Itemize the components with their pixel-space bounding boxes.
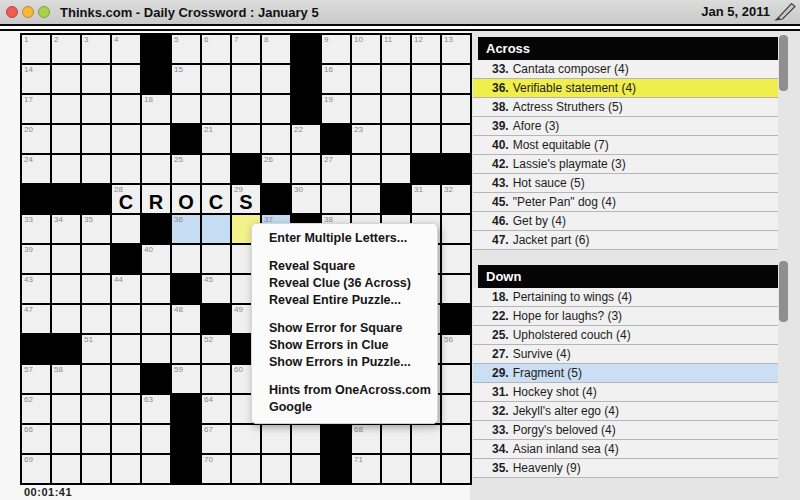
grid-cell[interactable] (292, 455, 320, 483)
grid-cell[interactable] (82, 305, 110, 333)
grid-cell[interactable] (52, 155, 80, 183)
grid-cell[interactable]: 6 (202, 35, 230, 63)
cell-number: 71 (354, 455, 363, 465)
grid-cell[interactable]: R (142, 185, 170, 213)
grid-cell[interactable] (112, 455, 140, 483)
cell-number: 66 (24, 425, 33, 435)
black-cell (322, 425, 350, 453)
grid-cell[interactable]: 13 (442, 35, 470, 63)
grid-cell[interactable] (142, 425, 170, 453)
grid-cell[interactable]: 47 (22, 305, 50, 333)
grid-cell[interactable] (82, 365, 110, 393)
cell-number: 68 (354, 425, 363, 435)
clue-row[interactable]: 34.Asian inland sea (4) (473, 440, 778, 459)
clue-text: Pertaining to wings (4) (513, 290, 632, 304)
grid-cell[interactable] (232, 65, 260, 93)
black-cell (412, 155, 440, 183)
grid-cell[interactable] (52, 305, 80, 333)
grid-cell[interactable] (142, 335, 170, 363)
grid-cell[interactable] (142, 125, 170, 153)
grid-cell[interactable]: 24 (22, 155, 50, 183)
black-cell (232, 155, 260, 183)
grid-cell[interactable]: 9 (322, 35, 350, 63)
grid-cell[interactable] (52, 395, 80, 423)
clue-number: 34. (492, 442, 509, 456)
grid-cell[interactable]: 64 (202, 395, 230, 423)
cell-number: 30 (294, 185, 303, 195)
clue-text: Verifiable statement (4) (513, 81, 636, 95)
grid-cell[interactable]: 28C (112, 185, 140, 213)
clue-number: 39. (492, 119, 509, 133)
menu-item[interactable]: Enter Multiple Letters... (252, 230, 437, 247)
across-header: Across (478, 37, 778, 60)
cell-number: 19 (324, 95, 333, 105)
grid-cell[interactable] (172, 245, 200, 273)
menu-group: Enter Multiple Letters... (252, 230, 437, 247)
cell-number: 51 (84, 335, 93, 345)
context-menu: Enter Multiple Letters...Reveal SquareRe… (251, 223, 438, 424)
clue-row[interactable]: 45."Peter Pan" dog (4) (473, 193, 778, 212)
grid-cell[interactable] (442, 245, 470, 273)
clue-text: Get by (4) (513, 214, 566, 228)
grid-cell[interactable] (442, 215, 470, 243)
menu-item[interactable]: Reveal Clue (36 Across) (252, 275, 437, 292)
cell-number: 35 (84, 215, 93, 225)
grid-cell[interactable] (382, 155, 410, 183)
black-cell (292, 95, 320, 123)
grid-cell[interactable] (292, 425, 320, 453)
grid-cell[interactable] (412, 425, 440, 453)
grid-cell[interactable] (442, 425, 470, 453)
grid-cell[interactable]: O (172, 185, 200, 213)
cell-number: 3 (84, 35, 88, 45)
grid-cell[interactable]: 71 (352, 455, 380, 483)
grid-cell[interactable] (52, 95, 80, 123)
grid-cell[interactable]: 63 (142, 395, 170, 423)
cell-number: 64 (204, 395, 213, 405)
cell-number: 60 (234, 365, 243, 375)
grid-cell[interactable]: 2 (52, 35, 80, 63)
black-cell (142, 215, 170, 243)
clue-row[interactable]: 25.Upholstered couch (4) (473, 326, 778, 345)
grid-cell[interactable]: 12 (412, 35, 440, 63)
cell-number: 52 (204, 335, 213, 345)
grid-cell[interactable] (352, 95, 380, 123)
cell-number: 47 (24, 305, 33, 315)
cell-number: 57 (24, 365, 33, 375)
grid-cell[interactable]: 35 (82, 215, 110, 243)
menu-group: Show Error for SquareShow Errors in Clue… (252, 320, 437, 371)
clue-row[interactable]: 29.Fragment (5) (473, 364, 778, 383)
grid-cell[interactable]: 26 (262, 155, 290, 183)
grid-cell[interactable] (202, 245, 230, 273)
grid-cell[interactable] (382, 95, 410, 123)
cell-number: 67 (204, 425, 213, 435)
cell-number: 4 (114, 35, 118, 45)
clue-number: 36. (492, 81, 509, 95)
grid-cell[interactable] (52, 245, 80, 273)
grid-cell[interactable]: 10 (352, 35, 380, 63)
zoom-window-icon[interactable] (38, 6, 50, 18)
clue-text: Heavenly (9) (513, 461, 581, 475)
black-cell (112, 245, 140, 273)
menu-group: Hints from OneAcross.comGoogle (252, 382, 437, 416)
clue-row[interactable]: 33.Cantata composer (4) (473, 60, 778, 79)
cell-number: 13 (444, 35, 453, 45)
cell-number: 8 (264, 35, 268, 45)
grid-cell[interactable] (322, 185, 350, 213)
clue-row[interactable]: 31.Hockey shot (4) (473, 383, 778, 402)
grid-cell[interactable]: 39 (22, 245, 50, 273)
grid-cell[interactable] (112, 425, 140, 453)
grid-cell[interactable]: 59 (172, 365, 200, 393)
grid-cell[interactable] (382, 425, 410, 453)
timer: 00:01:41 (24, 486, 72, 498)
menu-item[interactable]: Show Errors in Puzzle... (252, 354, 437, 371)
grid-cell[interactable]: 18 (142, 95, 170, 123)
clue-text: Actress Struthers (5) (513, 100, 623, 114)
clue-row[interactable]: 33.Porgy's beloved (4) (473, 421, 778, 440)
clue-row[interactable]: 38.Actress Struthers (5) (473, 98, 778, 117)
cell-number: 24 (24, 155, 33, 165)
grid-cell[interactable]: 69 (22, 455, 50, 483)
pencil-icon (774, 2, 796, 26)
grid-cell[interactable] (412, 95, 440, 123)
clue-number: 42. (492, 157, 509, 171)
cell-number: 43 (24, 275, 33, 285)
grid-cell[interactable] (262, 125, 290, 153)
menu-item[interactable]: Reveal Square (252, 258, 437, 275)
grid-cell[interactable]: 68 (352, 425, 380, 453)
cell-number: 70 (204, 455, 213, 465)
grid-cell[interactable] (232, 95, 260, 123)
cell-number: 10 (354, 35, 363, 45)
grid-cell[interactable]: 48 (172, 305, 200, 333)
cell-number: 45 (204, 275, 213, 285)
grid-cell[interactable] (82, 155, 110, 183)
clue-number: 27. (492, 347, 509, 361)
grid-cell[interactable] (442, 65, 470, 93)
grid-cell[interactable] (232, 125, 260, 153)
menu-item[interactable]: Reveal Entire Puzzle... (252, 292, 437, 309)
grid-cell[interactable]: 21 (202, 125, 230, 153)
grid-cell[interactable] (172, 95, 200, 123)
grid-cell[interactable]: 4 (112, 35, 140, 63)
grid-cell[interactable] (112, 95, 140, 123)
grid-cell[interactable]: 30 (292, 185, 320, 213)
grid-cell[interactable] (52, 455, 80, 483)
cell-number: 7 (234, 35, 238, 45)
black-cell (142, 65, 170, 93)
close-window-icon[interactable] (6, 6, 18, 18)
cell-number: 20 (24, 125, 33, 135)
down-header: Down (478, 265, 778, 288)
grid-cell[interactable]: 17 (22, 95, 50, 123)
clue-text: Asian inland sea (4) (513, 442, 619, 456)
cell-number: 34 (54, 215, 63, 225)
black-cell (172, 455, 200, 483)
black-cell (292, 35, 320, 63)
grid-cell[interactable] (232, 425, 260, 453)
down-scrollbar-thumb[interactable] (779, 261, 788, 322)
grid-cell[interactable] (202, 95, 230, 123)
grid-cell[interactable] (412, 125, 440, 153)
cell-number: 49 (234, 305, 243, 315)
grid-cell[interactable]: 33 (22, 215, 50, 243)
header-divider (0, 24, 800, 31)
grid-cell[interactable] (142, 305, 170, 333)
black-cell (382, 185, 410, 213)
grid-cell[interactable]: 40 (142, 245, 170, 273)
grid-cell[interactable] (232, 455, 260, 483)
grid-cell[interactable] (442, 125, 470, 153)
grid-cell[interactable] (142, 455, 170, 483)
grid-cell[interactable] (202, 65, 230, 93)
cell-number: 15 (174, 65, 183, 75)
grid-cell[interactable] (412, 455, 440, 483)
black-cell (442, 305, 470, 333)
grid-cell[interactable]: 58 (52, 365, 80, 393)
cell-number: 56 (444, 335, 453, 345)
cell-number: 69 (24, 455, 33, 465)
grid-cell[interactable]: 34 (52, 215, 80, 243)
grid-cell[interactable] (142, 275, 170, 303)
grid-cell[interactable] (262, 455, 290, 483)
clue-row[interactable]: 40.Most equitable (7) (473, 136, 778, 155)
black-cell (322, 125, 350, 153)
grid-cell[interactable] (262, 65, 290, 93)
cell-number: 11 (384, 35, 392, 45)
down-clue-list: 18.Pertaining to wings (4)22.Hope for la… (473, 288, 778, 478)
cell-number: 17 (24, 95, 33, 105)
clue-row[interactable]: 36.Verifiable statement (4) (473, 79, 778, 98)
black-cell (82, 185, 110, 213)
grid-cell[interactable] (382, 65, 410, 93)
cell-number: 6 (204, 35, 208, 45)
cell-number: 32 (444, 185, 453, 195)
grid-cell[interactable]: 62 (22, 395, 50, 423)
cell-number: 58 (54, 365, 63, 375)
clue-text: Hockey shot (4) (513, 385, 597, 399)
clue-text: Jekyll's alter ego (4) (513, 404, 619, 418)
grid-cell[interactable]: 5 (172, 35, 200, 63)
grid-cell[interactable] (442, 365, 470, 393)
grid-cell[interactable]: 43 (22, 275, 50, 303)
clue-number: 29. (492, 366, 509, 380)
grid-cell[interactable]: 23 (352, 125, 380, 153)
grid-cell[interactable] (442, 275, 470, 303)
cell-number: 26 (264, 155, 273, 165)
cell-number: 44 (114, 275, 123, 285)
grid-cell[interactable]: 8 (262, 35, 290, 63)
clue-number: 47. (492, 233, 509, 247)
cell-number: 27 (324, 155, 333, 165)
cell-number: 33 (24, 215, 33, 225)
grid-cell[interactable]: 66 (22, 425, 50, 453)
grid-cell[interactable]: 1 (22, 35, 50, 63)
grid-cell[interactable] (82, 95, 110, 123)
grid-cell[interactable]: 19 (322, 95, 350, 123)
grid-cell[interactable]: 56 (442, 335, 470, 363)
grid-cell[interactable] (52, 425, 80, 453)
grid-cell[interactable] (82, 425, 110, 453)
menu-item[interactable]: Google (252, 399, 437, 416)
grid-cell[interactable] (112, 215, 140, 243)
grid-cell[interactable] (352, 155, 380, 183)
clue-text: Hot sauce (5) (513, 176, 585, 190)
black-cell (172, 275, 200, 303)
grid-cell[interactable]: 3 (82, 35, 110, 63)
clue-text: Hope for laughs? (3) (513, 309, 622, 323)
grid-cell[interactable]: 15 (172, 65, 200, 93)
menu-item[interactable]: Show Errors in Clue (252, 337, 437, 354)
grid-cell[interactable]: 32 (442, 185, 470, 213)
grid-cell[interactable]: 20 (22, 125, 50, 153)
grid-cell[interactable] (52, 275, 80, 303)
clue-text: Cantata composer (4) (513, 62, 629, 76)
menu-item[interactable]: Hints from OneAcross.com (252, 382, 437, 399)
clue-number: 33. (492, 62, 509, 76)
clue-row[interactable]: 18.Pertaining to wings (4) (473, 288, 778, 307)
clue-text: Survive (4) (513, 347, 571, 361)
cell-number: 12 (414, 35, 423, 45)
clue-row[interactable]: 32.Jekyll's alter ego (4) (473, 402, 778, 421)
grid-cell[interactable] (412, 65, 440, 93)
grid-cell[interactable] (352, 185, 380, 213)
clue-text: Fragment (5) (513, 366, 582, 380)
minimize-window-icon[interactable] (22, 6, 34, 18)
black-cell (262, 185, 290, 213)
black-cell (52, 335, 80, 363)
grid-cell[interactable] (382, 455, 410, 483)
black-cell (292, 65, 320, 93)
grid-cell[interactable] (112, 155, 140, 183)
grid-cell[interactable] (202, 365, 230, 393)
grid-cell[interactable] (82, 245, 110, 273)
grid-cell[interactable] (442, 95, 470, 123)
grid-cell[interactable]: 70 (202, 455, 230, 483)
grid-cell[interactable]: 14 (22, 65, 50, 93)
grid-cell[interactable]: 7 (232, 35, 260, 63)
clue-text: Afore (3) (513, 119, 560, 133)
grid-cell[interactable]: 57 (22, 365, 50, 393)
clue-row[interactable]: 35.Heavenly (9) (473, 459, 778, 478)
cell-number: 22 (294, 125, 303, 135)
grid-cell[interactable] (262, 425, 290, 453)
grid-cell[interactable] (292, 155, 320, 183)
clue-row[interactable]: 47.Jacket part (6) (473, 231, 778, 250)
grid-cell[interactable] (82, 65, 110, 93)
cell-number: 21 (204, 125, 213, 135)
grid-cell[interactable]: 51 (82, 335, 110, 363)
cell-number: 59 (174, 365, 183, 375)
cell-letter: S (232, 190, 260, 213)
cell-number: 23 (354, 125, 363, 135)
clue-row[interactable]: 42.Lassie's playmate (3) (473, 155, 778, 174)
clue-row[interactable]: 46.Get by (4) (473, 212, 778, 231)
grid-cell[interactable] (442, 455, 470, 483)
grid-cell[interactable]: 52 (202, 335, 230, 363)
grid-cell[interactable] (82, 395, 110, 423)
clue-row[interactable]: 43.Hot sauce (5) (473, 174, 778, 193)
clue-number: 33. (492, 423, 509, 437)
black-cell (442, 155, 470, 183)
grid-cell[interactable] (82, 125, 110, 153)
clue-text: Upholstered couch (4) (513, 328, 631, 342)
black-cell (142, 35, 170, 63)
grid-cell[interactable]: 67 (202, 425, 230, 453)
cell-number: 39 (24, 245, 33, 255)
grid-cell[interactable]: 27 (322, 155, 350, 183)
black-cell (142, 365, 170, 393)
cell-number: 25 (174, 155, 183, 165)
black-cell (202, 305, 230, 333)
clue-text: Most equitable (7) (513, 138, 609, 152)
grid-cell[interactable] (52, 65, 80, 93)
grid-cell[interactable] (382, 125, 410, 153)
clue-row[interactable]: 27.Survive (4) (473, 345, 778, 364)
grid-cell[interactable] (82, 275, 110, 303)
menu-item[interactable]: Show Error for Square (252, 320, 437, 337)
black-cell (172, 125, 200, 153)
cell-number: 18 (144, 95, 153, 105)
black-cell (172, 425, 200, 453)
grid-cell[interactable]: 25 (172, 155, 200, 183)
cell-number: 63 (144, 395, 153, 405)
grid-cell[interactable]: 31 (412, 185, 440, 213)
grid-cell[interactable]: C (202, 185, 230, 213)
puzzle-date: Jan 5, 2011 (701, 4, 770, 19)
grid-cell[interactable] (202, 155, 230, 183)
cell-number: 62 (24, 395, 33, 405)
grid-cell[interactable]: 16 (322, 65, 350, 93)
grid-cell[interactable]: 36 (172, 215, 200, 243)
grid-cell[interactable] (262, 95, 290, 123)
grid-cell[interactable] (112, 305, 140, 333)
grid-cell[interactable] (112, 365, 140, 393)
grid-cell[interactable]: 45 (202, 275, 230, 303)
clue-number: 38. (492, 100, 509, 114)
across-scrollbar-thumb[interactable] (779, 35, 788, 91)
cell-letter: R (142, 190, 170, 213)
clue-text: Jacket part (6) (513, 233, 590, 247)
grid-cell[interactable] (202, 215, 230, 243)
grid-cell[interactable] (112, 395, 140, 423)
cell-number: 40 (144, 245, 153, 255)
grid-cell[interactable] (112, 125, 140, 153)
grid-cell[interactable] (142, 155, 170, 183)
grid-cell[interactable]: 22 (292, 125, 320, 153)
grid-cell[interactable]: 44 (112, 275, 140, 303)
clue-number: 25. (492, 328, 509, 342)
cell-number: 16 (324, 65, 333, 75)
cell-number: 36 (174, 215, 183, 225)
grid-cell[interactable]: 29S (232, 185, 260, 213)
clue-row[interactable]: 22.Hope for laughs? (3) (473, 307, 778, 326)
grid-cell[interactable]: 11 (382, 35, 410, 63)
clue-number: 46. (492, 214, 509, 228)
cell-number: 1 (24, 35, 28, 45)
grid-cell[interactable] (52, 125, 80, 153)
clue-row[interactable]: 39.Afore (3) (473, 117, 778, 136)
grid-cell[interactable] (172, 335, 200, 363)
grid-cell[interactable] (352, 65, 380, 93)
grid-cell[interactable] (442, 395, 470, 423)
cell-letter: O (172, 190, 200, 213)
grid-cell[interactable] (82, 455, 110, 483)
grid-cell[interactable] (112, 335, 140, 363)
grid-cell[interactable] (112, 65, 140, 93)
